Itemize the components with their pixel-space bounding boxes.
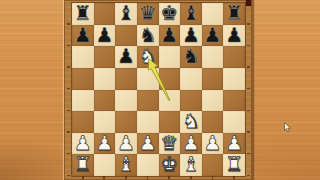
square-f3[interactable]: ♞ <box>180 111 202 133</box>
square-b6[interactable] <box>94 46 116 68</box>
piece-white-pawn[interactable]: ♟ <box>115 133 137 155</box>
piece-white-pawn[interactable]: ♟ <box>137 133 159 155</box>
square-e8[interactable]: ♚ <box>159 3 181 25</box>
square-c6[interactable]: ♟ <box>115 46 137 68</box>
border-ticks-bottom <box>72 176 245 179</box>
square-f7[interactable]: ♟ <box>180 25 202 47</box>
square-b1[interactable] <box>94 154 116 176</box>
square-f8[interactable]: ♝ <box>180 3 202 25</box>
square-e7[interactable]: ♟ <box>159 25 181 47</box>
video-frame: ♜♝♛♚♝♜♟♟♞♟♟♟♟♟♞♞♞♟♟♟♟♛♟♟♟♜♝♚♝♜ <box>0 0 320 180</box>
piece-white-pawn[interactable]: ♟ <box>180 133 202 155</box>
square-c5[interactable] <box>115 68 137 90</box>
square-g1[interactable] <box>202 154 224 176</box>
piece-black-knight[interactable]: ♞ <box>180 46 202 68</box>
piece-white-knight[interactable]: ♞ <box>137 46 159 68</box>
square-c3[interactable] <box>115 111 137 133</box>
square-d8[interactable]: ♛ <box>137 3 159 25</box>
square-b5[interactable] <box>94 68 116 90</box>
square-e5[interactable] <box>159 68 181 90</box>
square-c4[interactable] <box>115 90 137 112</box>
piece-white-rook[interactable]: ♜ <box>223 154 245 176</box>
square-a3[interactable] <box>72 111 94 133</box>
piece-black-bishop[interactable]: ♝ <box>180 3 202 25</box>
piece-white-bishop[interactable]: ♝ <box>115 154 137 176</box>
piece-black-rook[interactable]: ♜ <box>223 3 245 25</box>
square-f4[interactable] <box>180 90 202 112</box>
square-a6[interactable] <box>72 46 94 68</box>
square-b2[interactable]: ♟ <box>94 133 116 155</box>
square-a2[interactable]: ♟ <box>72 133 94 155</box>
square-g2[interactable]: ♟ <box>202 133 224 155</box>
square-e2[interactable]: ♛ <box>159 133 181 155</box>
piece-black-pawn[interactable]: ♟ <box>115 46 137 68</box>
square-g5[interactable] <box>202 68 224 90</box>
square-h5[interactable] <box>223 68 245 90</box>
square-e4[interactable] <box>159 90 181 112</box>
chess-board[interactable]: ♜♝♛♚♝♜♟♟♞♟♟♟♟♟♞♞♞♟♟♟♟♛♟♟♟♜♝♚♝♜ <box>72 3 245 176</box>
square-e6[interactable] <box>159 46 181 68</box>
square-h1[interactable]: ♜ <box>223 154 245 176</box>
square-g7[interactable]: ♟ <box>202 25 224 47</box>
square-d2[interactable]: ♟ <box>137 133 159 155</box>
square-g3[interactable] <box>202 111 224 133</box>
square-f1[interactable]: ♝ <box>180 154 202 176</box>
piece-white-bishop[interactable]: ♝ <box>180 154 202 176</box>
piece-black-knight[interactable]: ♞ <box>137 25 159 47</box>
square-b4[interactable] <box>94 90 116 112</box>
square-b7[interactable]: ♟ <box>94 25 116 47</box>
square-h3[interactable] <box>223 111 245 133</box>
piece-black-pawn[interactable]: ♟ <box>180 25 202 47</box>
square-g4[interactable] <box>202 90 224 112</box>
square-e1[interactable]: ♚ <box>159 154 181 176</box>
piece-black-pawn[interactable]: ♟ <box>202 25 224 47</box>
square-c8[interactable]: ♝ <box>115 3 137 25</box>
piece-black-pawn[interactable]: ♟ <box>94 25 116 47</box>
square-f5[interactable] <box>180 68 202 90</box>
piece-black-bishop[interactable]: ♝ <box>115 3 137 25</box>
piece-white-pawn[interactable]: ♟ <box>202 133 224 155</box>
board-frame: ♜♝♛♚♝♜♟♟♞♟♟♟♟♟♞♞♞♟♟♟♟♛♟♟♟♜♝♚♝♜ <box>64 0 252 180</box>
piece-white-pawn[interactable]: ♟ <box>72 133 94 155</box>
square-b8[interactable] <box>94 3 116 25</box>
square-d7[interactable]: ♞ <box>137 25 159 47</box>
square-h4[interactable] <box>223 90 245 112</box>
border-ticks-right <box>247 3 250 176</box>
square-d1[interactable] <box>137 154 159 176</box>
square-a5[interactable] <box>72 68 94 90</box>
corner-marker <box>246 0 251 6</box>
square-h8[interactable]: ♜ <box>223 3 245 25</box>
square-b3[interactable] <box>94 111 116 133</box>
piece-white-knight[interactable]: ♞ <box>180 111 202 133</box>
piece-black-pawn[interactable]: ♟ <box>72 25 94 47</box>
square-g6[interactable] <box>202 46 224 68</box>
square-h6[interactable] <box>223 46 245 68</box>
border-ticks-left <box>67 3 70 176</box>
square-c7[interactable] <box>115 25 137 47</box>
piece-black-rook[interactable]: ♜ <box>72 3 94 25</box>
square-a7[interactable]: ♟ <box>72 25 94 47</box>
square-g8[interactable] <box>202 3 224 25</box>
square-e3[interactable] <box>159 111 181 133</box>
square-c1[interactable]: ♝ <box>115 154 137 176</box>
square-h7[interactable]: ♟ <box>223 25 245 47</box>
square-a4[interactable] <box>72 90 94 112</box>
square-a1[interactable]: ♜ <box>72 154 94 176</box>
mouse-cursor-icon <box>284 122 292 133</box>
square-c2[interactable]: ♟ <box>115 133 137 155</box>
piece-black-pawn[interactable]: ♟ <box>159 25 181 47</box>
piece-black-king[interactable]: ♚ <box>159 3 181 25</box>
square-d6[interactable]: ♞ <box>137 46 159 68</box>
square-d5[interactable] <box>137 68 159 90</box>
square-h2[interactable]: ♟ <box>223 133 245 155</box>
piece-white-pawn[interactable]: ♟ <box>94 133 116 155</box>
square-f2[interactable]: ♟ <box>180 133 202 155</box>
square-a8[interactable]: ♜ <box>72 3 94 25</box>
square-d3[interactable] <box>137 111 159 133</box>
piece-black-queen[interactable]: ♛ <box>137 3 159 25</box>
piece-white-pawn[interactable]: ♟ <box>223 133 245 155</box>
piece-white-queen[interactable]: ♛ <box>159 133 181 155</box>
square-f6[interactable]: ♞ <box>180 46 202 68</box>
piece-black-pawn[interactable]: ♟ <box>223 25 245 47</box>
square-d4[interactable] <box>137 90 159 112</box>
piece-white-rook[interactable]: ♜ <box>72 154 94 176</box>
piece-white-king[interactable]: ♚ <box>159 154 181 176</box>
